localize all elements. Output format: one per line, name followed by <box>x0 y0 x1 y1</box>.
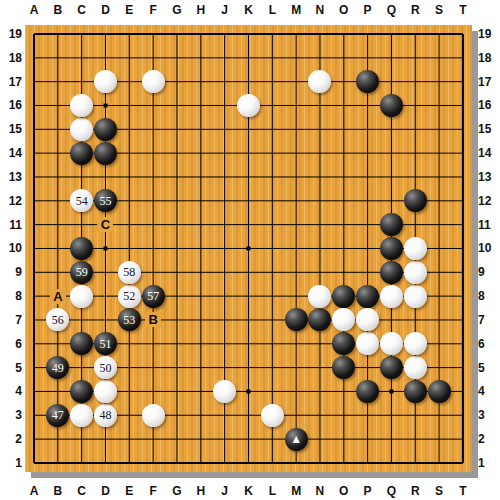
coord-label-row-left: 8 <box>2 288 22 304</box>
black-stone[interactable] <box>380 94 403 117</box>
coord-label-col-top: M <box>285 2 307 18</box>
coord-label-col-top: P <box>357 2 379 18</box>
black-stone[interactable]: 57 <box>142 285 165 308</box>
white-stone[interactable] <box>308 285 331 308</box>
coord-label-row-right: 10 <box>478 240 500 256</box>
move-number-label: 58 <box>123 266 135 278</box>
coord-label-col-top: O <box>333 2 355 18</box>
white-stone[interactable] <box>70 118 93 141</box>
star-point <box>103 103 107 107</box>
move-number-label: 57 <box>147 290 159 302</box>
coord-label-row-right: 15 <box>478 121 500 137</box>
white-stone[interactable] <box>404 261 427 284</box>
move-number-label: 59 <box>76 266 88 278</box>
coord-label-row-right: 17 <box>478 74 500 90</box>
coord-label-row-left: 16 <box>2 97 22 113</box>
black-stone[interactable] <box>70 237 93 260</box>
coord-label-col-bottom: L <box>261 483 283 499</box>
white-stone[interactable] <box>404 237 427 260</box>
letter-annotation-A: A <box>50 289 66 304</box>
coord-label-row-right: 3 <box>478 407 500 423</box>
coord-label-col-bottom: A <box>23 483 45 499</box>
white-stone[interactable] <box>213 380 236 403</box>
coord-label-col-top: L <box>261 2 283 18</box>
coord-label-row-right: 14 <box>478 145 500 161</box>
coord-label-col-bottom: D <box>94 483 116 499</box>
white-stone[interactable]: 50 <box>94 356 117 379</box>
white-stone[interactable]: 52 <box>118 285 141 308</box>
star-point <box>246 246 250 250</box>
black-stone[interactable]: 47 <box>46 404 69 427</box>
letter-annotation-B: B <box>145 312 161 327</box>
coord-label-col-top: Q <box>380 2 402 18</box>
coord-label-col-bottom: B <box>47 483 69 499</box>
coord-label-col-top: K <box>237 2 259 18</box>
coord-label-col-bottom: E <box>118 483 140 499</box>
coord-label-col-bottom: P <box>357 483 379 499</box>
white-stone[interactable] <box>380 285 403 308</box>
white-stone[interactable] <box>404 332 427 355</box>
black-stone[interactable] <box>380 213 403 236</box>
coord-label-row-right: 12 <box>478 193 500 209</box>
coord-label-row-left: 7 <box>2 312 22 328</box>
black-stone[interactable] <box>356 380 379 403</box>
white-stone[interactable] <box>261 404 284 427</box>
coord-label-row-left: 19 <box>2 26 22 42</box>
coord-label-row-right: 11 <box>478 217 500 233</box>
move-number-label: 55 <box>99 195 111 207</box>
move-number-label: 53 <box>123 314 135 326</box>
move-number-label: 50 <box>99 362 111 374</box>
black-stone[interactable] <box>285 308 308 331</box>
coord-label-row-left: 15 <box>2 121 22 137</box>
letter-annotation-C: C <box>97 217 113 232</box>
coord-label-row-right: 1 <box>478 455 500 471</box>
coord-label-col-top: H <box>190 2 212 18</box>
coord-label-row-left: 18 <box>2 50 22 66</box>
star-point <box>246 389 250 393</box>
triangle-mark-icon: ▲ <box>290 433 302 445</box>
coord-label-row-right: 18 <box>478 50 500 66</box>
coord-label-col-top: R <box>404 2 426 18</box>
black-stone[interactable] <box>380 356 403 379</box>
black-stone[interactable]: 59 <box>70 261 93 284</box>
coord-label-col-top: T <box>452 2 474 18</box>
coord-label-col-bottom: G <box>166 483 188 499</box>
star-point <box>103 246 107 250</box>
white-stone[interactable]: 48 <box>94 404 117 427</box>
black-stone[interactable] <box>356 285 379 308</box>
black-stone[interactable] <box>94 118 117 141</box>
black-stone[interactable] <box>404 380 427 403</box>
coord-label-row-left: 11 <box>2 217 22 233</box>
white-stone[interactable] <box>70 285 93 308</box>
black-stone[interactable] <box>332 285 355 308</box>
white-stone[interactable] <box>404 285 427 308</box>
white-stone[interactable]: 58 <box>118 261 141 284</box>
black-stone[interactable]: ▲ <box>285 428 308 451</box>
coord-label-row-right: 8 <box>478 288 500 304</box>
go-board-stage: 47495951555357▲565448505258ABC AABBCCDDE… <box>0 0 500 500</box>
coord-label-row-left: 1 <box>2 455 22 471</box>
black-stone[interactable] <box>94 142 117 165</box>
coord-label-col-top: B <box>47 2 69 18</box>
coord-label-col-bottom: O <box>333 483 355 499</box>
coord-label-row-right: 2 <box>478 431 500 447</box>
black-stone[interactable] <box>70 380 93 403</box>
coord-label-row-left: 14 <box>2 145 22 161</box>
coord-label-row-left: 13 <box>2 169 22 185</box>
white-stone[interactable] <box>94 70 117 93</box>
coord-label-row-right: 6 <box>478 336 500 352</box>
coord-label-row-right: 19 <box>478 26 500 42</box>
go-board[interactable]: 47495951555357▲565448505258ABC <box>25 25 472 472</box>
white-stone[interactable] <box>142 404 165 427</box>
move-number-label: 54 <box>76 195 88 207</box>
coord-label-row-right: 5 <box>478 360 500 376</box>
coord-label-row-left: 5 <box>2 360 22 376</box>
white-stone[interactable] <box>237 94 260 117</box>
coord-label-col-top: C <box>71 2 93 18</box>
coord-label-col-bottom: J <box>214 483 236 499</box>
coord-label-row-left: 12 <box>2 193 22 209</box>
move-number-label: 49 <box>52 362 64 374</box>
black-stone[interactable] <box>428 380 451 403</box>
coord-label-row-right: 4 <box>478 383 500 399</box>
coord-label-row-left: 2 <box>2 431 22 447</box>
white-stone[interactable] <box>70 94 93 117</box>
coord-label-col-top: F <box>142 2 164 18</box>
coord-label-row-left: 9 <box>2 264 22 280</box>
black-stone[interactable] <box>70 142 93 165</box>
white-stone[interactable] <box>404 356 427 379</box>
coord-label-row-right: 13 <box>478 169 500 185</box>
coord-label-col-top: S <box>428 2 450 18</box>
black-stone[interactable] <box>380 237 403 260</box>
coord-label-col-top: D <box>94 2 116 18</box>
coord-label-col-bottom: F <box>142 483 164 499</box>
white-stone[interactable] <box>94 380 117 403</box>
white-stone[interactable] <box>142 70 165 93</box>
coord-label-col-bottom: S <box>428 483 450 499</box>
coord-label-col-bottom: C <box>71 483 93 499</box>
star-point <box>389 389 393 393</box>
move-number-label: 52 <box>123 290 135 302</box>
move-number-label: 47 <box>52 409 64 421</box>
coord-label-row-left: 3 <box>2 407 22 423</box>
coord-label-col-bottom: Q <box>380 483 402 499</box>
coord-label-col-bottom: T <box>452 483 474 499</box>
coord-label-row-left: 17 <box>2 74 22 90</box>
move-number-label: 51 <box>99 338 111 350</box>
coord-label-row-right: 16 <box>478 97 500 113</box>
coord-label-row-left: 6 <box>2 336 22 352</box>
black-stone[interactable] <box>404 189 427 212</box>
coord-label-col-top: J <box>214 2 236 18</box>
coord-label-row-left: 4 <box>2 383 22 399</box>
coord-label-col-bottom: R <box>404 483 426 499</box>
coord-label-col-bottom: H <box>190 483 212 499</box>
coord-label-col-bottom: N <box>309 483 331 499</box>
move-number-label: 48 <box>99 409 111 421</box>
coord-label-row-left: 10 <box>2 240 22 256</box>
coord-label-col-bottom: K <box>237 483 259 499</box>
coord-label-col-top: A <box>23 2 45 18</box>
coord-label-row-right: 7 <box>478 312 500 328</box>
move-number-label: 56 <box>52 314 64 326</box>
black-stone[interactable] <box>380 261 403 284</box>
coord-label-col-top: E <box>118 2 140 18</box>
coord-label-row-right: 9 <box>478 264 500 280</box>
white-stone[interactable] <box>70 404 93 427</box>
coord-label-col-top: N <box>309 2 331 18</box>
coord-label-col-bottom: M <box>285 483 307 499</box>
coord-label-col-top: G <box>166 2 188 18</box>
